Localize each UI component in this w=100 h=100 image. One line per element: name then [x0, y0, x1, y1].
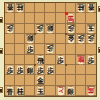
- piece-kanji: 玉: [87, 24, 94, 32]
- square-1d[interactable]: 歩: [86, 34, 96, 44]
- piece-kanji: 馬: [67, 15, 74, 23]
- square-7d[interactable]: 銀: [25, 34, 35, 44]
- piece-kanji: 歩: [7, 24, 14, 32]
- square-3i[interactable]: 銀: [66, 86, 76, 96]
- piece-kanji: 歩: [87, 57, 94, 65]
- square-5f[interactable]: [45, 55, 55, 65]
- square-8h[interactable]: [15, 75, 25, 85]
- square-8d[interactable]: [15, 34, 25, 44]
- piece-kanji: 歩: [77, 34, 84, 42]
- hoshi-point: [34, 33, 36, 35]
- square-1e[interactable]: [86, 44, 96, 54]
- square-5d[interactable]: [45, 34, 55, 44]
- square-2c[interactable]: [76, 24, 86, 34]
- square-7e[interactable]: 歩: [25, 44, 35, 54]
- square-3g[interactable]: [66, 65, 76, 75]
- piece-kanji: 金: [37, 77, 44, 85]
- piece-kanji: と: [57, 86, 64, 94]
- hoshi-point: [65, 64, 67, 66]
- square-6c[interactable]: 歩: [35, 24, 45, 34]
- square-2f[interactable]: 龍: [76, 55, 86, 65]
- square-4g[interactable]: [56, 65, 66, 75]
- square-2b[interactable]: [76, 13, 86, 23]
- square-2d[interactable]: 歩: [76, 34, 86, 44]
- square-8f[interactable]: [15, 55, 25, 65]
- piece-kanji: 歩: [47, 44, 54, 52]
- square-3e[interactable]: [66, 44, 76, 54]
- square-8i[interactable]: 桂: [15, 86, 25, 96]
- piece-knight-2a[interactable]: 桂: [76, 3, 85, 13]
- square-9f[interactable]: [5, 55, 15, 65]
- square-6a[interactable]: [35, 3, 45, 13]
- square-6f[interactable]: 飛: [35, 55, 45, 65]
- piece-lance-9a[interactable]: 香: [6, 3, 15, 13]
- piece-rook-6f[interactable]: 飛: [36, 55, 45, 65]
- piece-kanji: 歩: [37, 67, 44, 75]
- piece-pawn-5g[interactable]: 歩: [46, 65, 55, 75]
- piece-kanji: 桂: [17, 88, 24, 96]
- piece-promoted-rook-2f[interactable]: 龍: [76, 55, 85, 65]
- stand-piece[interactable]: [0, 87, 3, 93]
- piece-silver-7g[interactable]: 銀: [26, 65, 35, 75]
- piece-kanji: 香: [7, 88, 14, 96]
- piece-pawn-7e[interactable]: 歩: [26, 44, 35, 54]
- square-7g[interactable]: 銀: [25, 65, 35, 75]
- piece-silver-5c[interactable]: 銀: [46, 24, 55, 34]
- square-2a[interactable]: 桂: [76, 3, 86, 13]
- stand-piece-mark: [99, 49, 100, 52]
- square-6i[interactable]: 玉: [35, 86, 45, 96]
- piece-kanji: 歩: [17, 67, 24, 75]
- square-8g[interactable]: 歩: [15, 65, 25, 75]
- square-3h[interactable]: [66, 75, 76, 85]
- stand-piece[interactable]: [98, 6, 100, 12]
- piece-tokin-4i[interactable]: と: [56, 86, 65, 96]
- square-9e[interactable]: [5, 44, 15, 54]
- square-8b[interactable]: [15, 13, 25, 23]
- square-7b[interactable]: [25, 13, 35, 23]
- square-9i[interactable]: 香: [5, 86, 15, 96]
- komadai-right: [97, 0, 100, 100]
- piece-pawn-9c[interactable]: 歩: [6, 24, 15, 34]
- piece-pawn-3c[interactable]: 歩: [66, 24, 75, 34]
- square-4h[interactable]: [56, 75, 66, 85]
- piece-kanji: 桂: [77, 3, 84, 11]
- square-2i[interactable]: [76, 86, 86, 96]
- piece-kanji: 金: [67, 34, 74, 42]
- piece-kanji: 馬: [87, 86, 94, 94]
- square-7a[interactable]: [25, 3, 35, 13]
- stand-piece[interactable]: [0, 48, 3, 54]
- piece-kanji: 玉: [37, 88, 44, 96]
- piece-kanji: 歩: [67, 24, 74, 32]
- square-3c[interactable]: 歩: [66, 24, 76, 34]
- square-6d[interactable]: [35, 34, 45, 44]
- piece-pawn-8g[interactable]: 歩: [16, 65, 25, 75]
- square-5e[interactable]: 歩: [45, 44, 55, 54]
- piece-pawn-1f[interactable]: 歩: [86, 55, 95, 65]
- piece-kanji: 香: [7, 3, 14, 11]
- piece-kanji: 歩: [37, 24, 44, 32]
- square-8c[interactable]: [15, 24, 25, 34]
- square-6g[interactable]: 歩: [35, 65, 45, 75]
- square-1i[interactable]: 馬: [86, 86, 96, 96]
- square-6b[interactable]: [35, 13, 45, 23]
- square-7h[interactable]: [25, 75, 35, 85]
- square-5c[interactable]: 銀: [45, 24, 55, 34]
- stand-piece-mark: [99, 8, 100, 11]
- piece-kanji: 飛: [37, 57, 44, 65]
- hoshi-point: [65, 33, 67, 35]
- piece-pawn-2d[interactable]: 歩: [76, 34, 85, 44]
- square-4i[interactable]: と: [56, 86, 66, 96]
- piece-pawn-4f[interactable]: 歩: [56, 55, 65, 65]
- stand-piece[interactable]: [0, 17, 3, 23]
- square-9h[interactable]: [5, 75, 15, 85]
- square-7i[interactable]: [25, 86, 35, 96]
- square-5h[interactable]: [45, 75, 55, 85]
- square-5g[interactable]: 歩: [45, 65, 55, 75]
- piece-gold-6h[interactable]: 金: [36, 75, 45, 85]
- square-1f[interactable]: 歩: [86, 55, 96, 65]
- square-1c[interactable]: 玉: [86, 24, 96, 34]
- square-6h[interactable]: 金: [35, 75, 45, 85]
- last-move-marker: [65, 12, 68, 15]
- piece-pawn-9g[interactable]: 歩: [6, 65, 15, 75]
- piece-kanji: 龍: [77, 55, 84, 63]
- square-4f[interactable]: 歩: [56, 55, 66, 65]
- piece-kanji: 歩: [47, 67, 54, 75]
- piece-king-1c[interactable]: 玉: [86, 24, 95, 34]
- piece-gold-3d[interactable]: 金: [66, 34, 75, 44]
- square-9g[interactable]: 歩: [5, 65, 15, 75]
- square-9d[interactable]: [5, 34, 15, 44]
- stand-piece-mark: [0, 89, 2, 92]
- stand-piece-mark: [0, 19, 2, 22]
- square-5a[interactable]: [45, 3, 55, 13]
- piece-kanji: 香: [87, 3, 94, 11]
- square-3d[interactable]: 金: [66, 34, 76, 44]
- hoshi-point: [34, 64, 36, 66]
- stand-piece-mark: [0, 50, 2, 53]
- piece-lance-1a[interactable]: 香: [86, 3, 95, 13]
- square-2g[interactable]: [76, 65, 86, 75]
- square-3f[interactable]: [66, 55, 76, 65]
- square-1h[interactable]: [86, 75, 96, 85]
- piece-pawn-5e[interactable]: 歩: [46, 44, 55, 54]
- square-5i[interactable]: [45, 86, 55, 96]
- piece-kanji: 銀: [47, 24, 54, 32]
- piece-pawn-6c[interactable]: 歩: [36, 24, 45, 34]
- square-5b[interactable]: [45, 13, 55, 23]
- square-8e[interactable]: [15, 44, 25, 54]
- square-9a[interactable]: 香: [5, 3, 15, 13]
- piece-kanji: 歩: [87, 34, 94, 42]
- piece-kanji: 銀: [27, 34, 34, 42]
- square-2h[interactable]: [76, 75, 86, 85]
- piece-kanji: 歩: [7, 67, 14, 75]
- square-4d[interactable]: [56, 34, 66, 44]
- piece-kanji: 銀: [27, 67, 34, 75]
- shogi-app: 香桂桂香馬歩歩銀歩玉銀金歩歩歩歩飛歩龍歩歩歩銀歩歩金香桂玉と銀馬: [0, 0, 100, 100]
- stand-piece[interactable]: [98, 47, 100, 53]
- piece-pawn-6g[interactable]: 歩: [36, 65, 45, 75]
- piece-knight-8a[interactable]: 桂: [16, 3, 25, 13]
- square-9c[interactable]: 歩: [5, 24, 15, 34]
- piece-knight-8i[interactable]: 桂: [16, 86, 25, 96]
- square-6e[interactable]: [35, 44, 45, 54]
- square-1a[interactable]: 香: [86, 3, 96, 13]
- square-1g[interactable]: [86, 65, 96, 75]
- piece-silver-3i[interactable]: 銀: [66, 86, 75, 96]
- piece-promoted-bishop-1i[interactable]: 馬: [86, 86, 95, 96]
- square-1b[interactable]: [86, 13, 96, 23]
- square-4e[interactable]: [56, 44, 66, 54]
- piece-kanji: 桂: [17, 3, 24, 11]
- square-3b[interactable]: 馬: [66, 13, 76, 23]
- piece-kanji: 歩: [57, 57, 64, 65]
- square-2e[interactable]: [76, 44, 86, 54]
- shogi-board: 香桂桂香馬歩歩銀歩玉銀金歩歩歩歩飛歩龍歩歩歩銀歩歩金香桂玉と銀馬: [4, 2, 97, 97]
- piece-king-6i[interactable]: 玉: [36, 86, 45, 96]
- piece-lance-9i[interactable]: 香: [6, 86, 15, 96]
- square-8a[interactable]: 桂: [15, 3, 25, 13]
- piece-kanji: 歩: [27, 46, 34, 54]
- piece-kanji: 銀: [67, 88, 74, 96]
- piece-silver-7d[interactable]: 銀: [26, 34, 35, 44]
- piece-pawn-1d[interactable]: 歩: [86, 34, 95, 44]
- square-9b[interactable]: [5, 13, 15, 23]
